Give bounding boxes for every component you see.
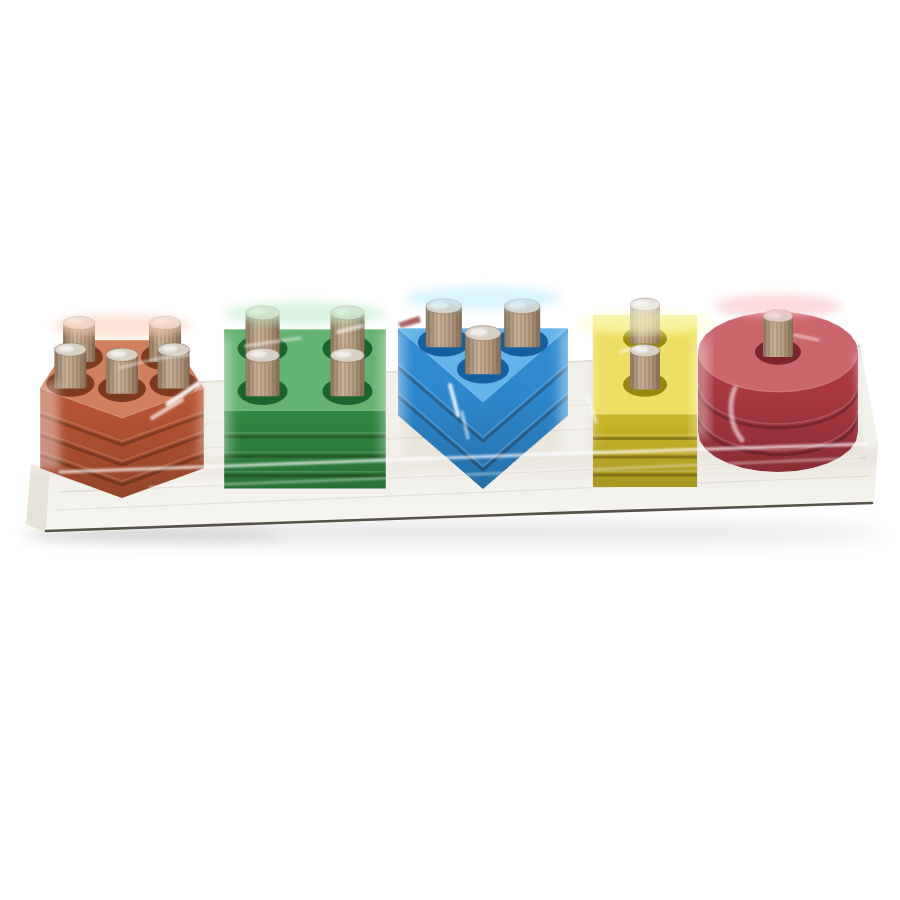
wrap-haze-gap xyxy=(382,330,404,458)
board-left-end xyxy=(26,464,50,533)
wrap-seam-red-sliver xyxy=(398,316,421,328)
wrap-specular-streak xyxy=(96,286,150,292)
toy-photo-svg xyxy=(0,0,900,900)
wrap-haze-left xyxy=(26,380,60,470)
product-photo xyxy=(0,0,900,900)
wrap-haze-gap xyxy=(694,338,708,438)
wrap-haze-gap xyxy=(560,330,592,454)
stack-circle-red xyxy=(698,281,858,472)
stack-square-green xyxy=(209,289,401,489)
